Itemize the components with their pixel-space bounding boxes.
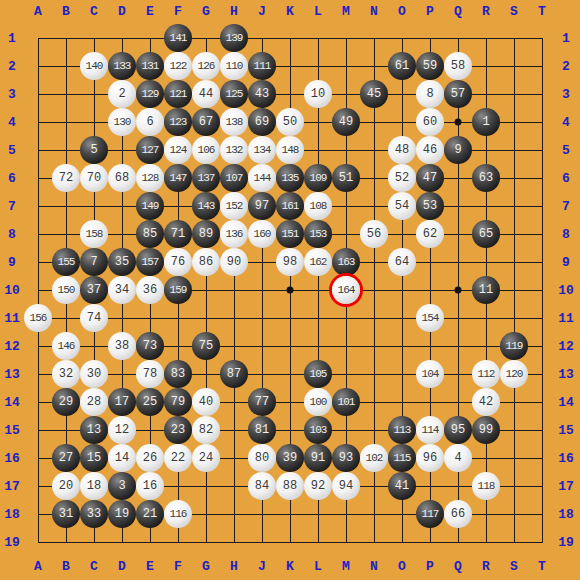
go-board[interactable]: AABBCCDDEEFFGGHHJJKKLLMMNNOOPPQQRRSSTT11… xyxy=(0,0,580,580)
stone-c2-move-140[interactable]: 140 xyxy=(80,52,108,80)
stone-k4-move-50[interactable]: 50 xyxy=(276,108,304,136)
stone-m6-move-51[interactable]: 51 xyxy=(332,164,360,192)
col-label-H-bottom: H xyxy=(230,560,238,573)
stone-k5-move-148[interactable]: 148 xyxy=(276,136,304,164)
col-label-Q-top: Q xyxy=(454,5,462,18)
col-label-Q-bottom: Q xyxy=(454,560,462,573)
col-label-F-top: F xyxy=(174,5,182,18)
col-label-J-top: J xyxy=(258,5,266,18)
stone-g3-move-44[interactable]: 44 xyxy=(192,80,220,108)
stone-l6-move-109[interactable]: 109 xyxy=(304,164,332,192)
row-label-11-left: 11 xyxy=(4,312,20,325)
stone-e8-move-85[interactable]: 85 xyxy=(136,220,164,248)
col-label-G-top: G xyxy=(202,5,210,18)
stone-h1-move-139[interactable]: 139 xyxy=(220,24,248,52)
stone-h8-move-136[interactable]: 136 xyxy=(220,220,248,248)
stone-o17-move-41[interactable]: 41 xyxy=(388,472,416,500)
stone-c8-move-158[interactable]: 158 xyxy=(80,220,108,248)
stone-q2-move-58[interactable]: 58 xyxy=(444,52,472,80)
stone-m14-move-101[interactable]: 101 xyxy=(332,388,360,416)
stone-d3-move-2[interactable]: 2 xyxy=(108,80,136,108)
stone-p15-move-114[interactable]: 114 xyxy=(416,416,444,444)
stone-b16-move-27[interactable]: 27 xyxy=(52,444,80,472)
col-label-N-bottom: N xyxy=(370,560,378,573)
stone-o15-move-113[interactable]: 113 xyxy=(388,416,416,444)
stone-e9-move-157[interactable]: 157 xyxy=(136,248,164,276)
stone-p7-move-53[interactable]: 53 xyxy=(416,192,444,220)
stone-b17-move-20[interactable]: 20 xyxy=(52,472,80,500)
stone-h9-move-90[interactable]: 90 xyxy=(220,248,248,276)
row-label-17-left: 17 xyxy=(4,480,20,493)
stone-h3-move-125[interactable]: 125 xyxy=(220,80,248,108)
stone-k7-move-161[interactable]: 161 xyxy=(276,192,304,220)
stone-l3-move-10[interactable]: 10 xyxy=(304,80,332,108)
stone-g2-move-126[interactable]: 126 xyxy=(192,52,220,80)
stone-f5-move-124[interactable]: 124 xyxy=(164,136,192,164)
row-label-19-left: 19 xyxy=(4,536,20,549)
stone-g12-move-75[interactable]: 75 xyxy=(192,332,220,360)
col-label-E-bottom: E xyxy=(146,560,154,573)
row-label-17-right: 17 xyxy=(558,480,574,493)
row-label-10-right: 10 xyxy=(558,284,574,297)
stone-g8-move-89[interactable]: 89 xyxy=(192,220,220,248)
stone-s13-move-120[interactable]: 120 xyxy=(500,360,528,388)
stone-j7-move-97[interactable]: 97 xyxy=(248,192,276,220)
row-label-14-right: 14 xyxy=(558,396,574,409)
row-label-16-right: 16 xyxy=(558,452,574,465)
col-label-K-bottom: K xyxy=(286,560,294,573)
col-label-H-top: H xyxy=(230,5,238,18)
stone-p5-move-46[interactable]: 46 xyxy=(416,136,444,164)
stone-l7-move-108[interactable]: 108 xyxy=(304,192,332,220)
stone-k17-move-88[interactable]: 88 xyxy=(276,472,304,500)
stone-j14-move-77[interactable]: 77 xyxy=(248,388,276,416)
row-label-7-right: 7 xyxy=(562,200,570,213)
stone-f16-move-22[interactable]: 22 xyxy=(164,444,192,472)
row-label-13-right: 13 xyxy=(558,368,574,381)
stone-m9-move-163[interactable]: 163 xyxy=(332,248,360,276)
col-label-C-bottom: C xyxy=(90,560,98,573)
stone-q15-move-95[interactable]: 95 xyxy=(444,416,472,444)
stone-c18-move-33[interactable]: 33 xyxy=(80,500,108,528)
col-label-L-top: L xyxy=(314,5,322,18)
stone-f3-move-121[interactable]: 121 xyxy=(164,80,192,108)
stone-a11-move-156[interactable]: 156 xyxy=(24,304,52,332)
row-label-5-left: 5 xyxy=(8,144,16,157)
stone-f18-move-116[interactable]: 116 xyxy=(164,500,192,528)
stone-j5-move-134[interactable]: 134 xyxy=(248,136,276,164)
col-label-F-bottom: F xyxy=(174,560,182,573)
stone-l15-move-103[interactable]: 103 xyxy=(304,416,332,444)
stone-d14-move-17[interactable]: 17 xyxy=(108,388,136,416)
stone-j17-move-84[interactable]: 84 xyxy=(248,472,276,500)
row-label-5-right: 5 xyxy=(562,144,570,157)
stone-f1-move-141[interactable]: 141 xyxy=(164,24,192,52)
col-label-K-top: K xyxy=(286,5,294,18)
col-label-P-top: P xyxy=(426,5,434,18)
stone-d6-move-68[interactable]: 68 xyxy=(108,164,136,192)
row-label-3-right: 3 xyxy=(562,88,570,101)
stone-j6-move-144[interactable]: 144 xyxy=(248,164,276,192)
stone-c10-move-37[interactable]: 37 xyxy=(80,276,108,304)
stone-g4-move-67[interactable]: 67 xyxy=(192,108,220,136)
stone-m16-move-93[interactable]: 93 xyxy=(332,444,360,472)
row-label-10-left: 10 xyxy=(4,284,20,297)
stone-c11-move-74[interactable]: 74 xyxy=(80,304,108,332)
stone-h2-move-110[interactable]: 110 xyxy=(220,52,248,80)
row-label-7-left: 7 xyxy=(8,200,16,213)
stone-l13-move-105[interactable]: 105 xyxy=(304,360,332,388)
stone-p4-move-60[interactable]: 60 xyxy=(416,108,444,136)
col-label-M-top: M xyxy=(342,5,350,18)
row-label-2-right: 2 xyxy=(562,60,570,73)
col-label-T-top: T xyxy=(538,5,546,18)
stone-f10-move-159[interactable]: 159 xyxy=(164,276,192,304)
stone-q18-move-66[interactable]: 66 xyxy=(444,500,472,528)
stone-l16-move-91[interactable]: 91 xyxy=(304,444,332,472)
row-label-4-left: 4 xyxy=(8,116,16,129)
col-label-N-top: N xyxy=(370,5,378,18)
stone-d2-move-133[interactable]: 133 xyxy=(108,52,136,80)
row-label-15-left: 15 xyxy=(4,424,20,437)
stone-c6-move-70[interactable]: 70 xyxy=(80,164,108,192)
stone-e2-move-131[interactable]: 131 xyxy=(136,52,164,80)
col-label-E-top: E xyxy=(146,5,154,18)
stone-e7-move-149[interactable]: 149 xyxy=(136,192,164,220)
col-label-R-bottom: R xyxy=(482,560,490,573)
row-label-6-right: 6 xyxy=(562,172,570,185)
stone-c17-move-18[interactable]: 18 xyxy=(80,472,108,500)
stone-e12-move-73[interactable]: 73 xyxy=(136,332,164,360)
col-label-S-top: S xyxy=(510,5,518,18)
stone-d9-move-35[interactable]: 35 xyxy=(108,248,136,276)
stone-p8-move-62[interactable]: 62 xyxy=(416,220,444,248)
stone-l17-move-92[interactable]: 92 xyxy=(304,472,332,500)
row-label-18-left: 18 xyxy=(4,508,20,521)
stone-n3-move-45[interactable]: 45 xyxy=(360,80,388,108)
stone-r10-move-11[interactable]: 11 xyxy=(472,276,500,304)
stone-b12-move-146[interactable]: 146 xyxy=(52,332,80,360)
stone-g5-move-106[interactable]: 106 xyxy=(192,136,220,164)
col-label-C-top: C xyxy=(90,5,98,18)
col-label-L-bottom: L xyxy=(314,560,322,573)
stone-g6-move-137[interactable]: 137 xyxy=(192,164,220,192)
stone-d15-move-12[interactable]: 12 xyxy=(108,416,136,444)
stone-c15-move-13[interactable]: 13 xyxy=(80,416,108,444)
stone-r17-move-118[interactable]: 118 xyxy=(472,472,500,500)
stone-k6-move-135[interactable]: 135 xyxy=(276,164,304,192)
stone-j3-move-43[interactable]: 43 xyxy=(248,80,276,108)
stone-m17-move-94[interactable]: 94 xyxy=(332,472,360,500)
stone-d18-move-19[interactable]: 19 xyxy=(108,500,136,528)
stone-b14-move-29[interactable]: 29 xyxy=(52,388,80,416)
stone-o9-move-64[interactable]: 64 xyxy=(388,248,416,276)
stone-f14-move-79[interactable]: 79 xyxy=(164,388,192,416)
stone-j16-move-80[interactable]: 80 xyxy=(248,444,276,472)
stone-j4-move-69[interactable]: 69 xyxy=(248,108,276,136)
grid-line-horizontal xyxy=(38,318,543,319)
row-label-14-left: 14 xyxy=(4,396,20,409)
grid-line-horizontal xyxy=(38,542,543,543)
stone-k8-move-151[interactable]: 151 xyxy=(276,220,304,248)
col-label-D-top: D xyxy=(118,5,126,18)
stone-p2-move-59[interactable]: 59 xyxy=(416,52,444,80)
row-label-13-left: 13 xyxy=(4,368,20,381)
stone-c16-move-15[interactable]: 15 xyxy=(80,444,108,472)
col-label-B-bottom: B xyxy=(62,560,70,573)
row-label-8-right: 8 xyxy=(562,228,570,241)
col-label-A-top: A xyxy=(34,5,42,18)
stone-r4-move-1[interactable]: 1 xyxy=(472,108,500,136)
grid-line-horizontal xyxy=(38,374,543,375)
stone-m10-move-164[interactable]: 164 xyxy=(332,276,360,304)
stone-l14-move-100[interactable]: 100 xyxy=(304,388,332,416)
row-label-4-right: 4 xyxy=(562,116,570,129)
col-label-S-bottom: S xyxy=(510,560,518,573)
stone-k16-move-39[interactable]: 39 xyxy=(276,444,304,472)
row-label-9-left: 9 xyxy=(8,256,16,269)
col-label-T-bottom: T xyxy=(538,560,546,573)
stone-r14-move-42[interactable]: 42 xyxy=(472,388,500,416)
row-label-11-right: 11 xyxy=(558,312,574,325)
stone-q16-move-4[interactable]: 4 xyxy=(444,444,472,472)
stone-h4-move-138[interactable]: 138 xyxy=(220,108,248,136)
stone-b13-move-32[interactable]: 32 xyxy=(52,360,80,388)
row-label-15-right: 15 xyxy=(558,424,574,437)
col-label-D-bottom: D xyxy=(118,560,126,573)
row-label-12-left: 12 xyxy=(4,340,20,353)
stone-n16-move-102[interactable]: 102 xyxy=(360,444,388,472)
stone-e17-move-16[interactable]: 16 xyxy=(136,472,164,500)
hoshi-point-K10 xyxy=(287,287,294,294)
stone-h7-move-152[interactable]: 152 xyxy=(220,192,248,220)
col-label-R-top: R xyxy=(482,5,490,18)
stone-b10-move-150[interactable]: 150 xyxy=(52,276,80,304)
stone-f4-move-123[interactable]: 123 xyxy=(164,108,192,136)
stone-p18-move-117[interactable]: 117 xyxy=(416,500,444,528)
stone-g16-move-24[interactable]: 24 xyxy=(192,444,220,472)
stone-f13-move-83[interactable]: 83 xyxy=(164,360,192,388)
stone-n8-move-56[interactable]: 56 xyxy=(360,220,388,248)
stone-d10-move-34[interactable]: 34 xyxy=(108,276,136,304)
stone-c14-move-28[interactable]: 28 xyxy=(80,388,108,416)
stone-d4-move-130[interactable]: 130 xyxy=(108,108,136,136)
stone-o5-move-48[interactable]: 48 xyxy=(388,136,416,164)
stone-r13-move-112[interactable]: 112 xyxy=(472,360,500,388)
row-label-6-left: 6 xyxy=(8,172,16,185)
grid-line-vertical xyxy=(514,38,515,543)
row-label-3-left: 3 xyxy=(8,88,16,101)
stone-o16-move-115[interactable]: 115 xyxy=(388,444,416,472)
stone-c9-move-7[interactable]: 7 xyxy=(80,248,108,276)
stone-l8-move-153[interactable]: 153 xyxy=(304,220,332,248)
stone-b9-move-155[interactable]: 155 xyxy=(52,248,80,276)
stone-h6-move-107[interactable]: 107 xyxy=(220,164,248,192)
stone-j15-move-81[interactable]: 81 xyxy=(248,416,276,444)
stone-p6-move-47[interactable]: 47 xyxy=(416,164,444,192)
hoshi-point-Q4 xyxy=(455,119,462,126)
stone-f15-move-23[interactable]: 23 xyxy=(164,416,192,444)
stone-l9-move-162[interactable]: 162 xyxy=(304,248,332,276)
hoshi-point-Q10 xyxy=(455,287,462,294)
stone-g15-move-82[interactable]: 82 xyxy=(192,416,220,444)
row-label-18-right: 18 xyxy=(558,508,574,521)
col-label-A-bottom: A xyxy=(34,560,42,573)
stone-h5-move-132[interactable]: 132 xyxy=(220,136,248,164)
stone-g14-move-40[interactable]: 40 xyxy=(192,388,220,416)
stone-p3-move-8[interactable]: 8 xyxy=(416,80,444,108)
row-label-12-right: 12 xyxy=(558,340,574,353)
stone-g7-move-143[interactable]: 143 xyxy=(192,192,220,220)
stone-j8-move-160[interactable]: 160 xyxy=(248,220,276,248)
stone-p16-move-96[interactable]: 96 xyxy=(416,444,444,472)
stone-p11-move-154[interactable]: 154 xyxy=(416,304,444,332)
stone-r15-move-99[interactable]: 99 xyxy=(472,416,500,444)
stone-j2-move-111[interactable]: 111 xyxy=(248,52,276,80)
stone-e3-move-129[interactable]: 129 xyxy=(136,80,164,108)
stone-d12-move-38[interactable]: 38 xyxy=(108,332,136,360)
stone-e14-move-25[interactable]: 25 xyxy=(136,388,164,416)
row-label-1-left: 1 xyxy=(8,32,16,45)
stone-f6-move-147[interactable]: 147 xyxy=(164,164,192,192)
stone-d16-move-14[interactable]: 14 xyxy=(108,444,136,472)
stone-o6-move-52[interactable]: 52 xyxy=(388,164,416,192)
stone-f8-move-71[interactable]: 71 xyxy=(164,220,192,248)
stone-d17-move-3[interactable]: 3 xyxy=(108,472,136,500)
grid-line-vertical xyxy=(542,38,543,543)
stone-k9-move-98[interactable]: 98 xyxy=(276,248,304,276)
stone-e18-move-21[interactable]: 21 xyxy=(136,500,164,528)
stone-h13-move-87[interactable]: 87 xyxy=(220,360,248,388)
stone-r8-move-65[interactable]: 65 xyxy=(472,220,500,248)
stone-b18-move-31[interactable]: 31 xyxy=(52,500,80,528)
row-label-19-right: 19 xyxy=(558,536,574,549)
row-label-2-left: 2 xyxy=(8,60,16,73)
row-label-9-right: 9 xyxy=(562,256,570,269)
stone-o2-move-61[interactable]: 61 xyxy=(388,52,416,80)
row-label-1-right: 1 xyxy=(562,32,570,45)
col-label-O-top: O xyxy=(398,5,406,18)
stone-e10-move-36[interactable]: 36 xyxy=(136,276,164,304)
col-label-M-bottom: M xyxy=(342,560,350,573)
col-label-J-bottom: J xyxy=(258,560,266,573)
row-label-8-left: 8 xyxy=(8,228,16,241)
col-label-O-bottom: O xyxy=(398,560,406,573)
stone-c13-move-30[interactable]: 30 xyxy=(80,360,108,388)
stone-f2-move-122[interactable]: 122 xyxy=(164,52,192,80)
stone-q5-move-9[interactable]: 9 xyxy=(444,136,472,164)
stone-e4-move-6[interactable]: 6 xyxy=(136,108,164,136)
stone-e5-move-127[interactable]: 127 xyxy=(136,136,164,164)
stone-r6-move-63[interactable]: 63 xyxy=(472,164,500,192)
stone-e16-move-26[interactable]: 26 xyxy=(136,444,164,472)
stone-q3-move-57[interactable]: 57 xyxy=(444,80,472,108)
stone-e13-move-78[interactable]: 78 xyxy=(136,360,164,388)
stone-s12-move-119[interactable]: 119 xyxy=(500,332,528,360)
stone-g9-move-86[interactable]: 86 xyxy=(192,248,220,276)
stone-m4-move-49[interactable]: 49 xyxy=(332,108,360,136)
stone-p13-move-104[interactable]: 104 xyxy=(416,360,444,388)
stone-f9-move-76[interactable]: 76 xyxy=(164,248,192,276)
stone-b6-move-72[interactable]: 72 xyxy=(52,164,80,192)
stone-o7-move-54[interactable]: 54 xyxy=(388,192,416,220)
stone-e6-move-128[interactable]: 128 xyxy=(136,164,164,192)
col-label-B-top: B xyxy=(62,5,70,18)
row-label-16-left: 16 xyxy=(4,452,20,465)
col-label-G-bottom: G xyxy=(202,560,210,573)
stone-c5-move-5[interactable]: 5 xyxy=(80,136,108,164)
col-label-P-bottom: P xyxy=(426,560,434,573)
